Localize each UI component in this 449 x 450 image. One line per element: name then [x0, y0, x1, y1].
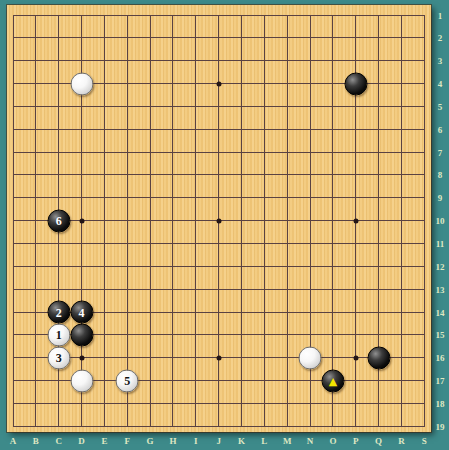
- column-label-O: O: [329, 436, 336, 446]
- grid-line-vertical: [332, 15, 333, 427]
- row-label-16: 16: [436, 353, 445, 363]
- stone-white-N16[interactable]: [299, 346, 322, 369]
- row-label-4: 4: [438, 79, 443, 89]
- column-label-S: S: [422, 436, 427, 446]
- row-label-18: 18: [436, 399, 445, 409]
- star-point-J16: [216, 355, 221, 360]
- column-label-A: A: [10, 436, 17, 446]
- board-grid[interactable]: 624135▲: [13, 15, 425, 427]
- column-label-E: E: [101, 436, 107, 446]
- move-number-label: 4: [79, 306, 85, 318]
- star-point-D16: [79, 355, 84, 360]
- move-number-label: 6: [56, 215, 62, 227]
- row-label-10: 10: [436, 216, 445, 226]
- row-label-11: 11: [436, 239, 445, 249]
- column-label-Q: Q: [375, 436, 382, 446]
- row-label-2: 2: [438, 33, 443, 43]
- move-number-label: 1: [56, 329, 62, 341]
- grid-line-vertical: [401, 15, 402, 427]
- column-label-I: I: [194, 436, 198, 446]
- column-label-F: F: [125, 436, 131, 446]
- row-label-17: 17: [436, 376, 445, 386]
- stone-white-C16[interactable]: 3: [47, 346, 70, 369]
- column-label-K: K: [238, 436, 245, 446]
- grid-line-horizontal: [13, 426, 425, 427]
- grid-line-vertical: [241, 15, 242, 427]
- column-label-J: J: [216, 436, 221, 446]
- stone-black-P4[interactable]: [344, 72, 367, 95]
- row-label-7: 7: [438, 148, 443, 158]
- go-board[interactable]: 624135▲: [7, 5, 431, 432]
- star-point-D10: [79, 218, 84, 223]
- move-number-label: 3: [56, 352, 62, 364]
- move-number-label: 5: [124, 375, 130, 387]
- column-label-G: G: [147, 436, 154, 446]
- row-label-3: 3: [438, 56, 443, 66]
- row-label-8: 8: [438, 170, 443, 180]
- column-label-M: M: [283, 436, 292, 446]
- star-point-J10: [216, 218, 221, 223]
- row-label-1: 1: [438, 11, 443, 21]
- triangle-marker-icon: ▲: [329, 376, 337, 387]
- grid-line-horizontal: [13, 289, 425, 290]
- row-label-15: 15: [436, 330, 445, 340]
- row-label-9: 9: [438, 193, 443, 203]
- column-label-R: R: [398, 436, 405, 446]
- row-label-19: 19: [436, 422, 445, 432]
- column-label-C: C: [55, 436, 62, 446]
- column-label-H: H: [169, 436, 176, 446]
- column-label-D: D: [78, 436, 85, 446]
- stone-black-C10[interactable]: 6: [47, 209, 70, 232]
- column-label-B: B: [33, 436, 39, 446]
- stone-white-D4[interactable]: [70, 72, 93, 95]
- stone-black-D15[interactable]: [70, 323, 93, 346]
- row-label-12: 12: [436, 262, 445, 272]
- grid-line-vertical: [264, 15, 265, 427]
- grid-line-horizontal: [13, 403, 425, 404]
- row-label-5: 5: [438, 102, 443, 112]
- row-label-14: 14: [436, 308, 445, 318]
- stone-white-C15[interactable]: 1: [47, 323, 70, 346]
- stone-black-D14[interactable]: 4: [70, 301, 93, 324]
- stone-black-C14[interactable]: 2: [47, 301, 70, 324]
- grid-line-horizontal: [13, 266, 425, 267]
- stone-black-Q16[interactable]: [367, 346, 390, 369]
- column-label-N: N: [307, 436, 314, 446]
- star-point-P16: [353, 355, 358, 360]
- grid-line-horizontal: [13, 243, 425, 244]
- row-label-13: 13: [436, 285, 445, 295]
- stone-white-F17[interactable]: 5: [116, 369, 139, 392]
- column-label-P: P: [353, 436, 359, 446]
- stone-black-O17[interactable]: ▲: [321, 369, 344, 392]
- star-point-P10: [353, 218, 358, 223]
- go-app-window: 624135▲ ABCDEFGHIJKLMNOPQRS 123456789101…: [0, 0, 449, 450]
- grid-line-vertical: [287, 15, 288, 427]
- row-label-6: 6: [438, 125, 443, 135]
- grid-line-vertical: [424, 15, 425, 427]
- star-point-J4: [216, 81, 221, 86]
- stone-white-D17[interactable]: [70, 369, 93, 392]
- move-number-label: 2: [56, 306, 62, 318]
- column-label-L: L: [261, 436, 267, 446]
